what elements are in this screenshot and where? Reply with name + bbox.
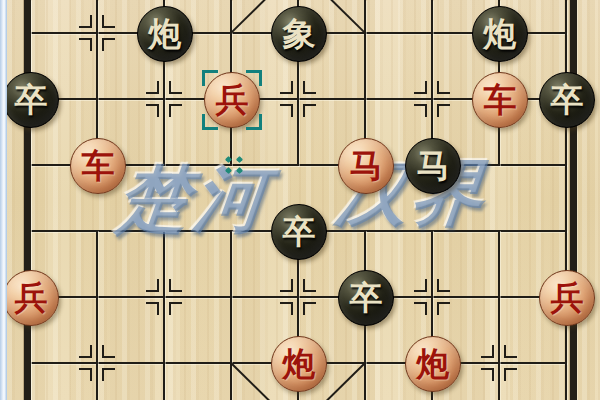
piece-red-chariot[interactable]: 车 xyxy=(472,72,528,128)
piece-black-cannon[interactable]: 炮 xyxy=(472,6,528,62)
grid-line-v xyxy=(565,0,567,400)
point-marker xyxy=(142,77,186,121)
piece-glyph: 炮 xyxy=(417,348,450,381)
piece-glyph: 兵 xyxy=(551,282,584,315)
point-marker xyxy=(75,11,119,55)
piece-glyph: 马 xyxy=(417,150,450,183)
point-marker-arm xyxy=(102,368,115,381)
window-edge xyxy=(0,0,7,400)
xiangqi-board[interactable]: 楚河 汉界 炮象炮卒兵车卒车马马卒兵卒兵炮炮 xyxy=(0,0,600,400)
point-marker-arm xyxy=(146,302,159,315)
grid-line-v xyxy=(230,230,232,400)
origin-marker-dot xyxy=(236,156,243,163)
piece-red-horse[interactable]: 马 xyxy=(338,138,394,194)
piece-black-elephant[interactable]: 象 xyxy=(271,6,327,62)
piece-red-cannon[interactable]: 炮 xyxy=(405,336,461,392)
river-label-chu: 楚河 xyxy=(113,152,275,248)
point-marker xyxy=(410,275,454,319)
point-marker-arm xyxy=(303,279,316,292)
piece-glyph: 炮 xyxy=(484,18,517,51)
piece-red-soldier[interactable]: 兵 xyxy=(539,270,595,326)
game-window: 楚河 汉界 炮象炮卒兵车卒车马马卒兵卒兵炮炮 xyxy=(0,0,600,400)
point-marker-arm xyxy=(481,345,494,358)
point-marker-arm xyxy=(303,302,316,315)
point-marker-arm xyxy=(504,368,517,381)
point-marker-arm xyxy=(102,345,115,358)
point-marker-arm xyxy=(280,104,293,117)
piece-glyph: 卒 xyxy=(551,84,584,117)
point-marker-arm xyxy=(437,81,450,94)
point-marker xyxy=(142,275,186,319)
piece-red-chariot[interactable]: 车 xyxy=(70,138,126,194)
point-marker-arm xyxy=(437,104,450,117)
point-marker-arm xyxy=(280,302,293,315)
piece-glyph: 卒 xyxy=(283,216,316,249)
point-marker-arm xyxy=(437,302,450,315)
point-marker-arm xyxy=(481,368,494,381)
point-marker xyxy=(410,77,454,121)
piece-glyph: 卒 xyxy=(15,84,48,117)
piece-glyph: 卒 xyxy=(350,282,383,315)
piece-glyph: 象 xyxy=(283,18,316,51)
piece-red-soldier[interactable]: 兵 xyxy=(3,270,59,326)
point-marker-arm xyxy=(303,104,316,117)
point-marker-arm xyxy=(169,104,182,117)
point-marker-arm xyxy=(280,279,293,292)
piece-red-soldier[interactable]: 兵 xyxy=(204,72,260,128)
point-marker-arm xyxy=(79,368,92,381)
point-marker-arm xyxy=(280,81,293,94)
piece-black-soldier[interactable]: 卒 xyxy=(271,204,327,260)
piece-black-soldier[interactable]: 卒 xyxy=(539,72,595,128)
point-marker-arm xyxy=(169,302,182,315)
point-marker-arm xyxy=(169,279,182,292)
point-marker-arm xyxy=(504,345,517,358)
point-marker xyxy=(75,341,119,385)
piece-black-soldier[interactable]: 卒 xyxy=(3,72,59,128)
point-marker-arm xyxy=(414,302,427,315)
piece-black-cannon[interactable]: 炮 xyxy=(137,6,193,62)
last-move-origin-marker xyxy=(226,157,242,173)
origin-marker-dot xyxy=(236,167,243,174)
point-marker xyxy=(276,275,320,319)
point-marker-arm xyxy=(169,81,182,94)
piece-glyph: 兵 xyxy=(15,282,48,315)
point-marker-arm xyxy=(437,279,450,292)
point-marker-arm xyxy=(79,38,92,51)
origin-marker-dot xyxy=(225,156,232,163)
piece-glyph: 车 xyxy=(82,150,115,183)
point-marker-arm xyxy=(146,279,159,292)
board-border-right xyxy=(570,0,577,400)
point-marker-arm xyxy=(414,104,427,117)
point-marker xyxy=(477,341,521,385)
point-marker-arm xyxy=(146,104,159,117)
origin-marker-dot xyxy=(225,167,232,174)
point-marker-arm xyxy=(102,15,115,28)
point-marker-arm xyxy=(79,15,92,28)
piece-glyph: 炮 xyxy=(149,18,182,51)
piece-red-cannon[interactable]: 炮 xyxy=(271,336,327,392)
point-marker-arm xyxy=(414,81,427,94)
point-marker-arm xyxy=(303,81,316,94)
piece-glyph: 炮 xyxy=(283,348,316,381)
piece-black-horse[interactable]: 马 xyxy=(405,138,461,194)
piece-black-soldier[interactable]: 卒 xyxy=(338,270,394,326)
point-marker-arm xyxy=(414,279,427,292)
piece-glyph: 兵 xyxy=(216,84,249,117)
board-border-left xyxy=(24,0,31,400)
point-marker-arm xyxy=(102,38,115,51)
point-marker-arm xyxy=(79,345,92,358)
piece-glyph: 马 xyxy=(350,150,383,183)
piece-glyph: 车 xyxy=(484,84,517,117)
point-marker xyxy=(276,77,320,121)
point-marker-arm xyxy=(146,81,159,94)
